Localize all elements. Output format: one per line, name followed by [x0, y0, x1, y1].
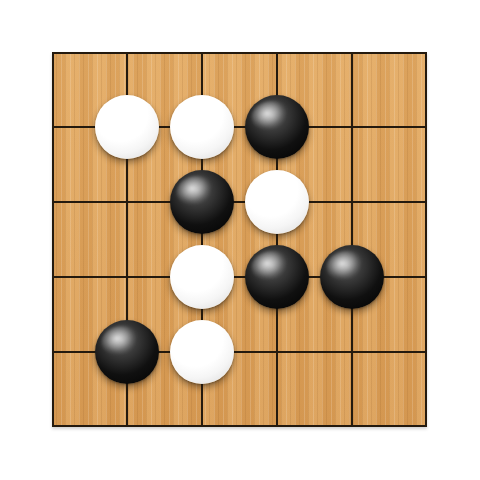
stone-white[interactable]: [170, 245, 234, 309]
grid-line-horizontal: [52, 201, 427, 203]
stone-black[interactable]: [245, 245, 309, 309]
stone-white[interactable]: [170, 95, 234, 159]
stone-black[interactable]: [95, 320, 159, 384]
grid-line-horizontal: [52, 52, 427, 54]
grid-line-horizontal: [52, 425, 427, 427]
go-board[interactable]: [52, 52, 427, 427]
stone-white[interactable]: [95, 95, 159, 159]
grid-line-vertical: [52, 52, 54, 427]
stone-black[interactable]: [170, 170, 234, 234]
grid-line-vertical: [351, 52, 353, 427]
stone-white[interactable]: [245, 170, 309, 234]
stone-black[interactable]: [320, 245, 384, 309]
grid-line-vertical: [425, 52, 427, 427]
stone-white[interactable]: [170, 320, 234, 384]
stone-black[interactable]: [245, 95, 309, 159]
page-background: [0, 0, 480, 480]
